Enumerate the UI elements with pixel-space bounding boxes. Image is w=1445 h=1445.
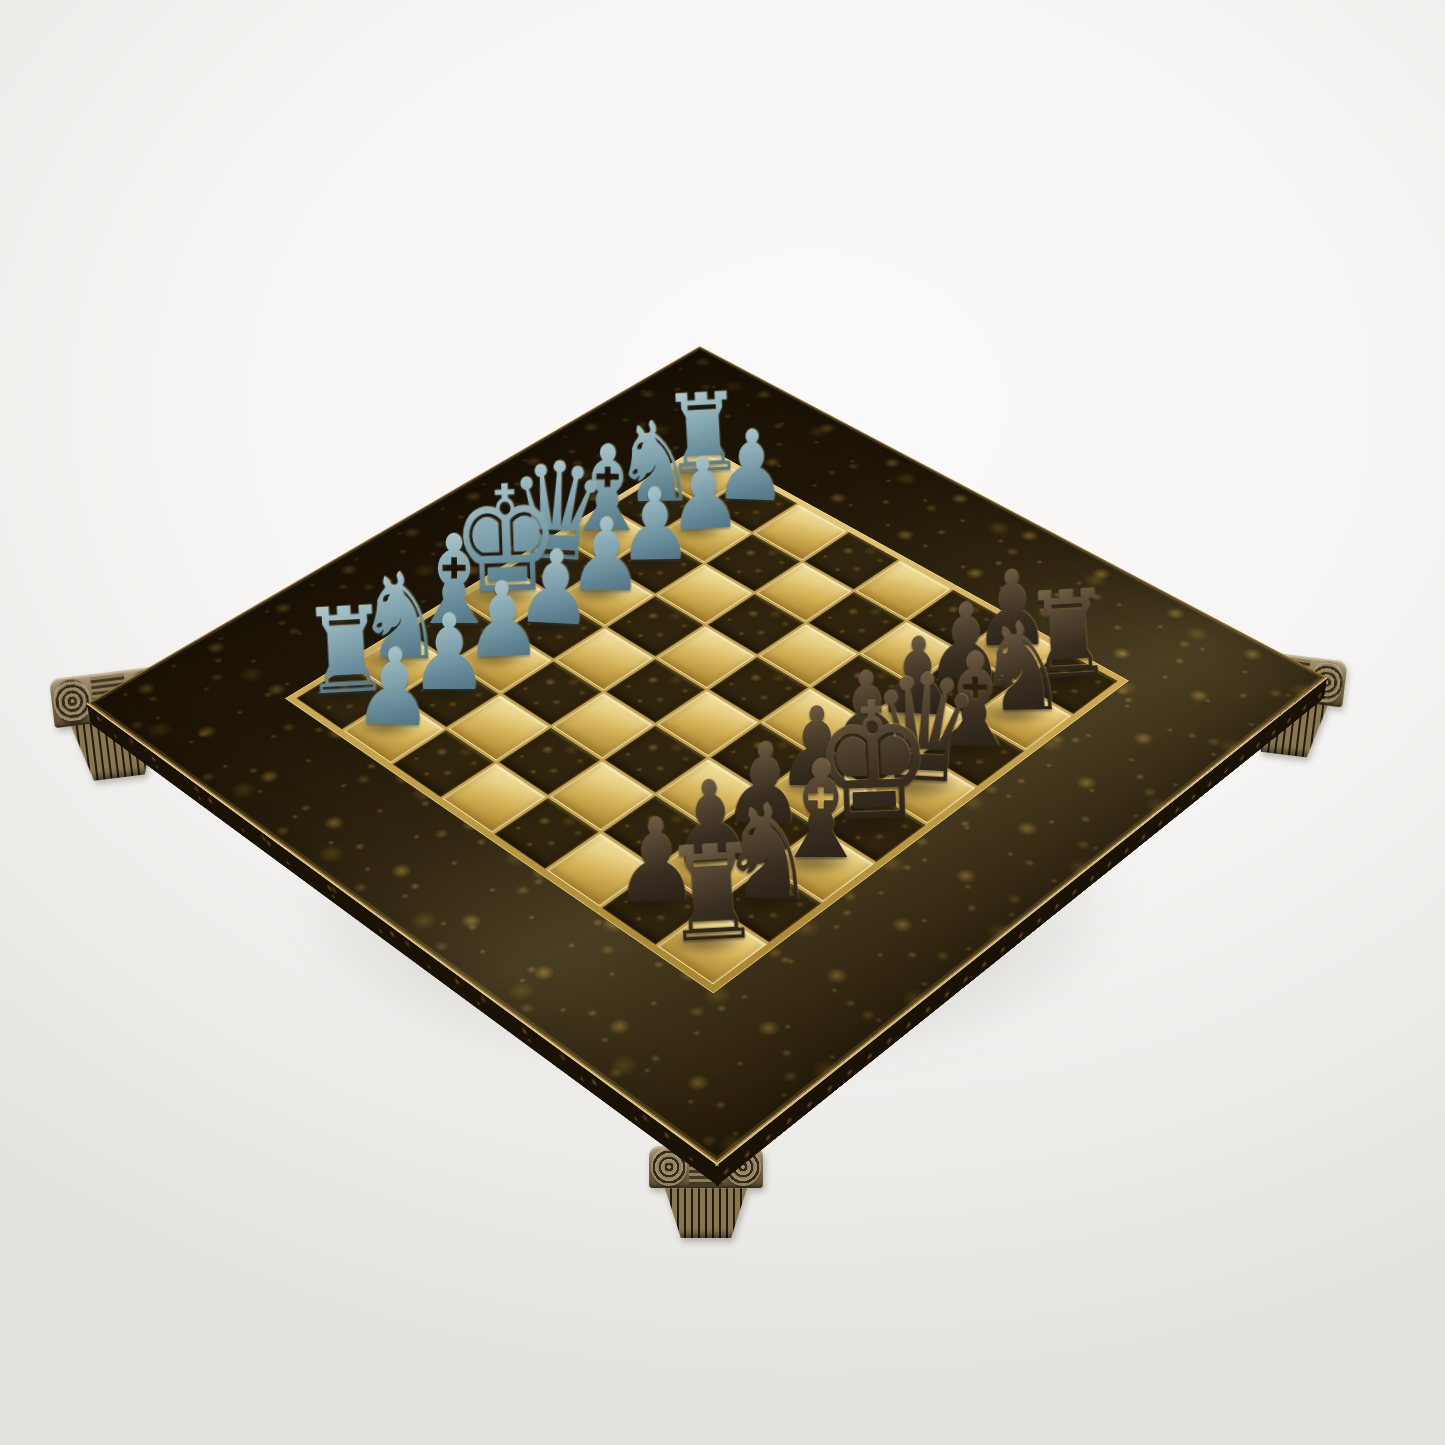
fluted-shaft: [649, 1188, 763, 1238]
volute-icon: [51, 677, 93, 726]
studio-photo-scene: ♜♟♞♟♝♟♛♟♚♟♝♟♟♞♜♟♟♜♞♟♟♝♟♛♟♚♟♝♟♞♟♜: [0, 0, 1445, 1445]
piece-dark-bronze-rook[interactable]: ♜: [660, 826, 765, 961]
piece-blue-patina-pawn[interactable]: ♟: [352, 633, 436, 742]
